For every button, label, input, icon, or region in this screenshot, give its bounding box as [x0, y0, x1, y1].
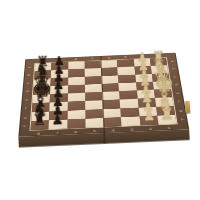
chessboard: 87654321 87654321 abcdefgh abcdefgh ♜♟♟♜… — [18, 53, 189, 137]
piece-black-rook[interactable]: ♜ — [30, 112, 49, 128]
square-h1[interactable]: ♜ — [157, 115, 176, 125]
piece-white-rook[interactable]: ♜ — [157, 106, 176, 122]
fold-seam-front — [104, 133, 106, 144]
square-f3[interactable] — [120, 99, 138, 108]
square-h2[interactable]: ♟ — [139, 116, 158, 126]
square-h7[interactable]: ♟ — [49, 119, 67, 129]
square-h6[interactable] — [67, 119, 85, 129]
square-e3[interactable] — [119, 90, 137, 99]
coord-label-left-f: f — [22, 104, 31, 113]
piece-white-pawn[interactable]: ♟ — [139, 109, 158, 123]
coord-label-right-f: f — [174, 97, 184, 106]
piece-black-pawn[interactable]: ♟ — [48, 113, 67, 127]
chess-set-product-photo: 87654321 87654321 abcdefgh abcdefgh ♜♟♟♜… — [0, 0, 200, 200]
square-h5[interactable] — [85, 118, 103, 128]
brass-latch — [185, 101, 191, 113]
square-h8[interactable]: ♜ — [31, 120, 50, 130]
square-f5[interactable] — [85, 100, 103, 109]
board-tilt-wrapper: 87654321 87654321 abcdefgh abcdefgh ♜♟♟♜… — [19, 9, 186, 176]
square-h4[interactable] — [103, 117, 122, 127]
board-perspective: 87654321 87654321 abcdefgh abcdefgh ♜♟♟♜… — [19, 9, 186, 176]
